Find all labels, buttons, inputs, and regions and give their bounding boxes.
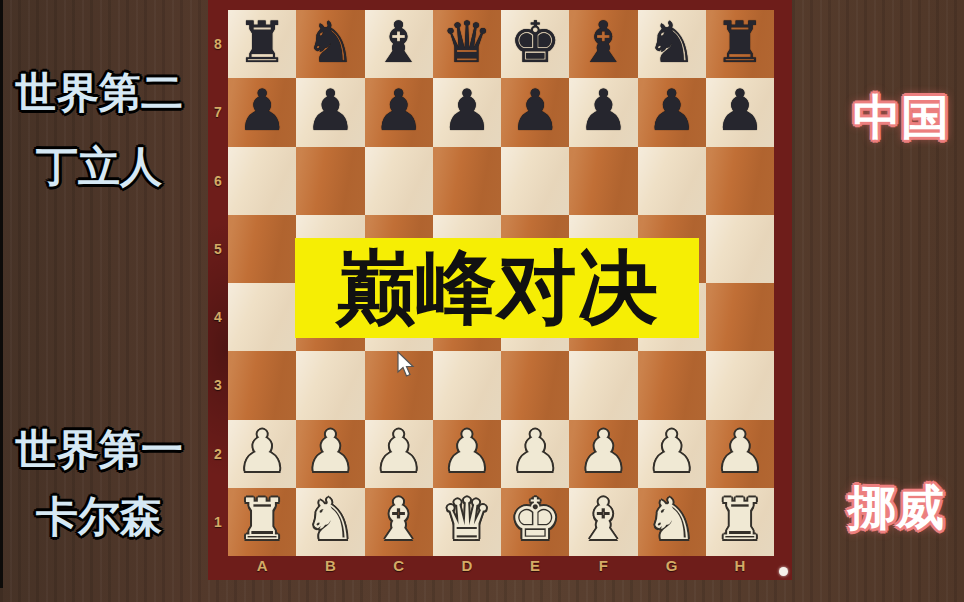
piece-white-pawn: ♟ [305,423,356,480]
piece-black-pawn: ♟ [646,82,697,139]
square-b8[interactable]: ♞ [296,10,364,78]
square-g1[interactable]: ♞ [638,488,706,556]
square-a4[interactable] [228,283,296,351]
rank-label-1: 1 [208,488,228,556]
piece-white-knight: ♞ [305,491,356,548]
piece-black-knight: ♞ [646,14,697,71]
square-a6[interactable] [228,147,296,215]
square-h2[interactable]: ♟ [706,420,774,488]
square-c7[interactable]: ♟ [365,78,433,146]
rank-label-4: 4 [208,283,228,351]
rank-label-3: 3 [208,351,228,419]
square-c8[interactable]: ♝ [365,10,433,78]
square-d7[interactable]: ♟ [433,78,501,146]
piece-black-pawn: ♟ [714,82,765,139]
piece-black-king: ♚ [510,14,561,71]
square-a7[interactable]: ♟ [228,78,296,146]
piece-white-pawn: ♟ [510,423,561,480]
square-h8[interactable]: ♜ [706,10,774,78]
rank-label-7: 7 [208,78,228,146]
black-player-country: 中国 [838,92,964,145]
white-player-country: 挪威 [828,482,964,535]
piece-black-knight: ♞ [305,14,356,71]
piece-black-pawn: ♟ [578,82,629,139]
square-e6[interactable] [501,147,569,215]
square-g8[interactable]: ♞ [638,10,706,78]
left-edge-strip [0,0,3,588]
square-b6[interactable] [296,147,364,215]
square-d6[interactable] [433,147,501,215]
piece-white-bishop: ♝ [373,491,424,548]
piece-black-pawn: ♟ [305,82,356,139]
piece-white-bishop: ♝ [578,491,629,548]
square-c1[interactable]: ♝ [365,488,433,556]
square-a8[interactable]: ♜ [228,10,296,78]
square-f7[interactable]: ♟ [569,78,637,146]
piece-white-king: ♚ [510,491,561,548]
piece-white-pawn: ♟ [578,423,629,480]
piece-white-pawn: ♟ [373,423,424,480]
square-h4[interactable] [706,283,774,351]
square-e2[interactable]: ♟ [501,420,569,488]
piece-white-pawn: ♟ [237,423,288,480]
square-e1[interactable]: ♚ [501,488,569,556]
piece-black-bishop: ♝ [373,14,424,71]
match-banner: 巅峰对决 [295,238,699,338]
square-e7[interactable]: ♟ [501,78,569,146]
square-f2[interactable]: ♟ [569,420,637,488]
rank-label-5: 5 [208,215,228,283]
square-g2[interactable]: ♟ [638,420,706,488]
square-c2[interactable]: ♟ [365,420,433,488]
piece-white-pawn: ♟ [714,423,765,480]
piece-black-pawn: ♟ [237,82,288,139]
square-f6[interactable] [569,147,637,215]
square-b1[interactable]: ♞ [296,488,364,556]
square-h7[interactable]: ♟ [706,78,774,146]
square-b7[interactable]: ♟ [296,78,364,146]
rank-label-2: 2 [208,420,228,488]
black-player-title: 世界第二 [6,70,192,116]
square-e8[interactable]: ♚ [501,10,569,78]
piece-black-pawn: ♟ [510,82,561,139]
piece-white-pawn: ♟ [441,423,492,480]
piece-black-queen: ♛ [441,14,492,71]
square-g7[interactable]: ♟ [638,78,706,146]
corner-dot [779,567,788,576]
piece-white-rook: ♜ [237,491,288,548]
square-g6[interactable] [638,147,706,215]
square-b3[interactable] [296,351,364,419]
square-a5[interactable] [228,215,296,283]
piece-black-pawn: ♟ [373,82,424,139]
square-f8[interactable]: ♝ [569,10,637,78]
piece-white-pawn: ♟ [646,423,697,480]
square-h1[interactable]: ♜ [706,488,774,556]
square-b2[interactable]: ♟ [296,420,364,488]
mouse-cursor-icon [396,351,416,379]
square-d2[interactable]: ♟ [433,420,501,488]
square-e3[interactable] [501,351,569,419]
rank-label-6: 6 [208,147,228,215]
square-h3[interactable] [706,351,774,419]
square-a2[interactable]: ♟ [228,420,296,488]
square-d3[interactable] [433,351,501,419]
square-d8[interactable]: ♛ [433,10,501,78]
rank-label-8: 8 [208,10,228,78]
square-d1[interactable]: ♛ [433,488,501,556]
rank-labels: 87654321 [208,10,228,556]
square-f1[interactable]: ♝ [569,488,637,556]
square-h6[interactable] [706,147,774,215]
video-frame: 世界第二 丁立人 世界第一 卡尔森 中国 挪威 87654321 ABCDEFG… [0,0,964,602]
square-f3[interactable] [569,351,637,419]
piece-black-rook: ♜ [237,14,288,71]
piece-black-rook: ♜ [714,14,765,71]
square-g3[interactable] [638,351,706,419]
square-a3[interactable] [228,351,296,419]
white-player-title: 世界第一 [6,427,192,473]
piece-white-knight: ♞ [646,491,697,548]
piece-black-pawn: ♟ [441,82,492,139]
black-player-name: 丁立人 [6,144,192,190]
square-h5[interactable] [706,215,774,283]
piece-white-rook: ♜ [714,491,765,548]
white-player-name: 卡尔森 [6,494,192,540]
piece-black-bishop: ♝ [578,14,629,71]
piece-white-queen: ♛ [441,491,492,548]
square-a1[interactable]: ♜ [228,488,296,556]
square-c6[interactable] [365,147,433,215]
